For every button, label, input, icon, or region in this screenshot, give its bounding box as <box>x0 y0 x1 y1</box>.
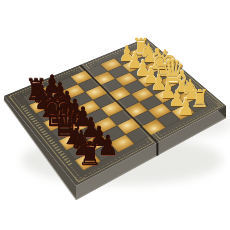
piece-black-rook-a8[interactable]: ♜ <box>78 137 102 169</box>
chess-set-photo: ♜♟♞♟♝♟♚♟♛♟♝♟♟♞♜♟♟♜♞♟♟♝♟♚♟♛♟♝♟♞♟♜ <box>0 0 230 230</box>
piece-white-pawn-a2[interactable]: ♟ <box>177 95 195 118</box>
pieces-layer: ♜♟♞♟♝♟♚♟♛♟♝♟♟♞♜♟♟♜♞♟♟♝♟♚♟♛♟♝♟♞♟♜ <box>0 0 230 230</box>
